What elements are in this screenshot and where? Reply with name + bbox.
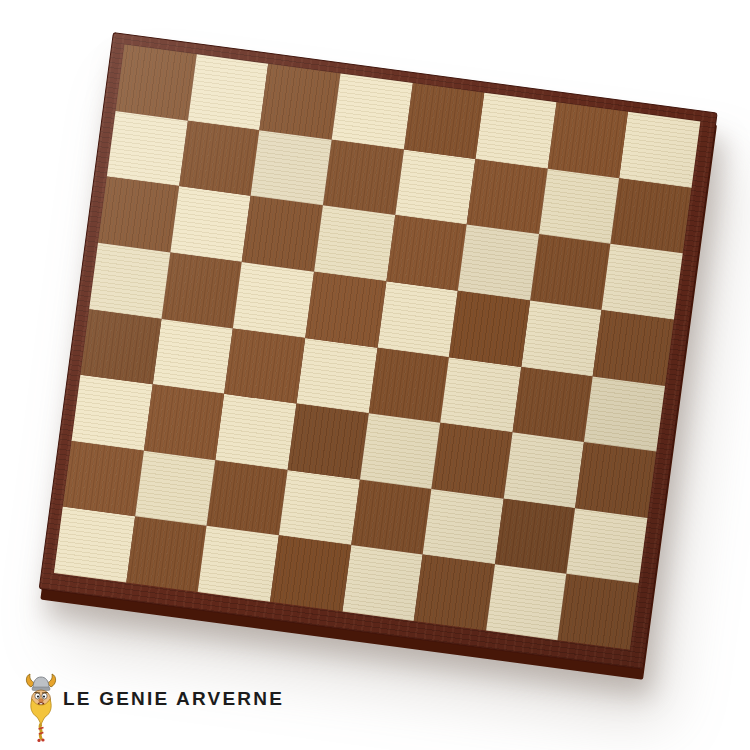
square-c1 bbox=[198, 526, 279, 602]
square-e4 bbox=[368, 347, 449, 423]
square-g7 bbox=[539, 168, 620, 244]
genie-mascot-icon bbox=[24, 672, 58, 742]
brand-name: LE GENIE ARVERNE bbox=[63, 688, 284, 710]
square-b8 bbox=[188, 54, 269, 130]
square-h6 bbox=[602, 244, 683, 320]
square-b7 bbox=[179, 120, 260, 196]
square-b3 bbox=[144, 384, 225, 460]
square-g1 bbox=[486, 565, 567, 641]
square-b2 bbox=[135, 450, 216, 526]
square-g5 bbox=[521, 300, 602, 376]
square-b4 bbox=[152, 318, 233, 394]
square-f3 bbox=[431, 423, 512, 499]
square-a5 bbox=[89, 243, 170, 319]
chess-board-frame bbox=[39, 32, 718, 670]
square-h4 bbox=[584, 376, 665, 452]
square-a6 bbox=[98, 177, 179, 253]
square-d7 bbox=[323, 139, 404, 215]
square-h5 bbox=[593, 310, 674, 386]
square-a1 bbox=[54, 507, 135, 583]
square-h7 bbox=[611, 178, 692, 254]
square-c5 bbox=[233, 262, 314, 338]
square-d4 bbox=[296, 338, 377, 414]
brand-logo: LE GENIE ARVERNE bbox=[24, 672, 284, 742]
board-grid bbox=[54, 45, 700, 650]
square-f4 bbox=[440, 357, 521, 433]
square-a3 bbox=[72, 375, 153, 451]
square-g3 bbox=[503, 432, 584, 508]
square-c3 bbox=[216, 394, 297, 470]
square-b6 bbox=[170, 186, 251, 262]
square-e8 bbox=[404, 83, 485, 159]
square-c7 bbox=[251, 130, 332, 206]
square-h8 bbox=[620, 112, 701, 188]
square-g6 bbox=[530, 234, 611, 310]
square-g2 bbox=[495, 498, 576, 574]
square-c4 bbox=[224, 328, 305, 404]
square-h3 bbox=[575, 442, 656, 518]
square-h1 bbox=[558, 574, 639, 650]
square-g8 bbox=[548, 102, 629, 178]
square-g4 bbox=[512, 366, 593, 442]
square-c6 bbox=[242, 196, 323, 272]
square-e3 bbox=[360, 413, 441, 489]
square-e6 bbox=[386, 215, 467, 291]
square-b5 bbox=[161, 252, 242, 328]
square-d8 bbox=[332, 73, 413, 149]
square-a2 bbox=[63, 441, 144, 517]
square-d2 bbox=[279, 470, 360, 546]
square-d3 bbox=[288, 404, 369, 480]
square-a8 bbox=[116, 45, 197, 121]
square-b1 bbox=[126, 517, 207, 593]
square-f8 bbox=[476, 93, 557, 169]
square-a7 bbox=[107, 111, 188, 187]
square-e1 bbox=[342, 545, 423, 621]
square-c2 bbox=[207, 460, 288, 536]
square-a4 bbox=[80, 309, 161, 385]
square-f2 bbox=[423, 489, 504, 565]
square-d1 bbox=[270, 536, 351, 612]
square-d6 bbox=[314, 206, 395, 282]
square-e5 bbox=[377, 281, 458, 357]
square-f1 bbox=[414, 555, 495, 631]
square-e7 bbox=[395, 149, 476, 225]
square-f5 bbox=[449, 291, 530, 367]
square-d5 bbox=[305, 272, 386, 348]
square-e2 bbox=[351, 479, 432, 555]
square-f6 bbox=[458, 225, 539, 301]
square-f7 bbox=[467, 159, 548, 235]
square-h2 bbox=[567, 508, 648, 584]
square-c8 bbox=[260, 64, 341, 140]
